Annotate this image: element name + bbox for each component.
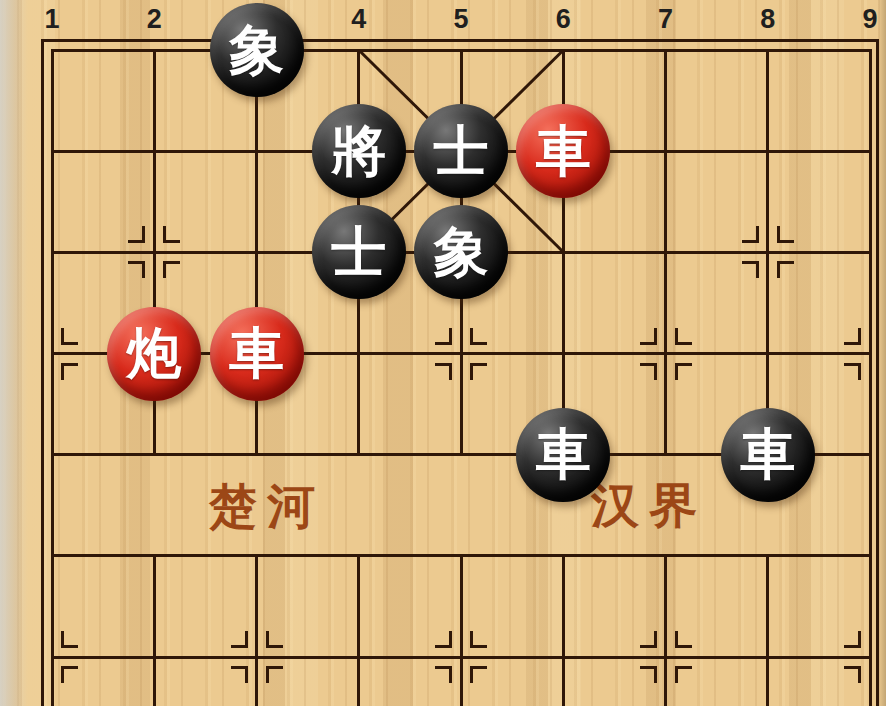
column-label-4: 4 xyxy=(351,4,366,35)
point-marker xyxy=(128,261,145,278)
point-marker xyxy=(128,226,145,243)
column-label-6: 6 xyxy=(556,4,571,35)
point-marker xyxy=(231,631,248,648)
column-label-1: 1 xyxy=(44,4,59,35)
point-marker xyxy=(266,666,283,683)
point-marker xyxy=(640,328,657,345)
point-marker xyxy=(777,261,794,278)
point-marker xyxy=(844,328,861,345)
point-marker xyxy=(435,328,452,345)
piece-black-elephant[interactable]: 象 xyxy=(414,205,508,299)
point-marker xyxy=(844,363,861,380)
point-marker xyxy=(61,363,78,380)
piece-black-elephant[interactable]: 象 xyxy=(210,3,304,97)
point-marker xyxy=(844,666,861,683)
river-label-han-jie: 汉界 xyxy=(591,474,707,538)
point-marker xyxy=(640,666,657,683)
point-marker xyxy=(470,666,487,683)
column-label-7: 7 xyxy=(658,4,673,35)
point-marker xyxy=(61,328,78,345)
point-marker xyxy=(61,666,78,683)
point-marker xyxy=(777,226,794,243)
point-marker xyxy=(470,328,487,345)
point-marker xyxy=(675,666,692,683)
point-marker xyxy=(470,631,487,648)
piece-red-chariot[interactable]: 車 xyxy=(210,307,304,401)
piece-red-chariot[interactable]: 車 xyxy=(516,104,610,198)
point-marker xyxy=(266,631,283,648)
point-marker xyxy=(742,226,759,243)
point-marker xyxy=(675,328,692,345)
piece-black-advisor[interactable]: 士 xyxy=(414,104,508,198)
point-marker xyxy=(435,666,452,683)
column-label-2: 2 xyxy=(147,4,162,35)
point-marker xyxy=(61,631,78,648)
point-marker xyxy=(640,631,657,648)
point-marker xyxy=(163,226,180,243)
point-marker xyxy=(844,631,861,648)
point-marker xyxy=(435,363,452,380)
column-label-5: 5 xyxy=(453,4,468,35)
point-marker xyxy=(675,631,692,648)
piece-red-cannon[interactable]: 炮 xyxy=(107,307,201,401)
column-label-9: 9 xyxy=(862,4,877,35)
river-label-chu-he: 楚河 xyxy=(209,475,325,539)
xiangqi-board: 123456789 楚河 汉界 象將士車士象炮車車車 xyxy=(0,0,886,706)
point-marker xyxy=(742,261,759,278)
point-marker xyxy=(435,631,452,648)
column-label-8: 8 xyxy=(760,4,775,35)
piece-black-chariot[interactable]: 車 xyxy=(516,408,610,502)
point-marker xyxy=(470,363,487,380)
point-marker xyxy=(675,363,692,380)
piece-black-chariot[interactable]: 車 xyxy=(721,408,815,502)
point-marker xyxy=(163,261,180,278)
piece-black-advisor[interactable]: 士 xyxy=(312,205,406,299)
point-marker xyxy=(640,363,657,380)
piece-black-general[interactable]: 將 xyxy=(312,104,406,198)
point-marker xyxy=(231,666,248,683)
